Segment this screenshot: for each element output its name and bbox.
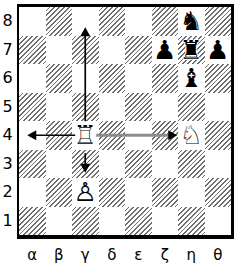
rank-label-7: 7 bbox=[0, 36, 15, 65]
file-label-b: β bbox=[46, 246, 73, 264]
file-label-g: η bbox=[178, 246, 205, 264]
file-label-d: δ bbox=[99, 246, 126, 264]
chess-diagram: 87654321 ♞♟♜♟♝♖♘♙ αβγδεζηθ bbox=[0, 0, 249, 271]
file-label-f: ζ bbox=[152, 246, 179, 264]
file-label-c: γ bbox=[72, 246, 99, 264]
rank-label-2: 2 bbox=[0, 178, 15, 207]
file-label-h: θ bbox=[205, 246, 232, 264]
rank-label-1: 1 bbox=[0, 207, 15, 236]
black-rook[interactable]: ♜ bbox=[178, 36, 205, 65]
black-bishop[interactable]: ♝ bbox=[178, 64, 205, 93]
rank-labels: 87654321 bbox=[0, 7, 15, 235]
pieces-layer: ♞♟♜♟♝♖♘♙ bbox=[19, 7, 231, 235]
file-label-a: α bbox=[19, 246, 46, 264]
white-knight[interactable]: ♘ bbox=[178, 121, 205, 150]
black-knight[interactable]: ♞ bbox=[178, 7, 205, 36]
white-rook[interactable]: ♖ bbox=[72, 121, 99, 150]
rank-label-5: 5 bbox=[0, 93, 15, 122]
file-label-e: ε bbox=[125, 246, 152, 264]
chess-board: ♞♟♜♟♝♖♘♙ bbox=[17, 4, 234, 239]
rank-label-3: 3 bbox=[0, 150, 15, 179]
white-pawn[interactable]: ♙ bbox=[72, 178, 99, 207]
file-labels: αβγδεζηθ bbox=[19, 246, 231, 264]
black-pawn[interactable]: ♟ bbox=[205, 36, 232, 65]
rank-label-4: 4 bbox=[0, 121, 15, 150]
black-pawn[interactable]: ♟ bbox=[152, 36, 179, 65]
rank-label-8: 8 bbox=[0, 7, 15, 36]
rank-label-6: 6 bbox=[0, 64, 15, 93]
